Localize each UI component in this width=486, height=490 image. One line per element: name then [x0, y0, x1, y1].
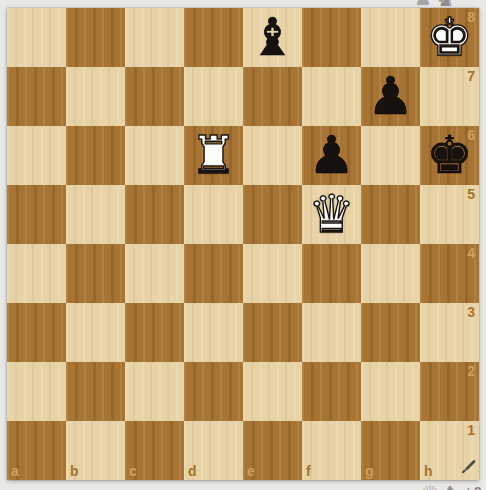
rank-label-3: 3 — [467, 305, 475, 319]
square-f3[interactable] — [302, 303, 361, 362]
square-h2[interactable]: 2 — [420, 362, 479, 421]
chess-board-app: ♟ ♞ ♝8♚♟7♜♟6♚♛5432abcdefg1h ♕ ♞ +9 — [0, 0, 486, 490]
rank-label-7: 7 — [467, 69, 475, 83]
square-d2[interactable] — [184, 362, 243, 421]
square-h6[interactable]: 6♚ — [420, 126, 479, 185]
square-f8[interactable] — [302, 8, 361, 67]
square-d5[interactable] — [184, 185, 243, 244]
captured-knight-icon: ♞ — [444, 484, 458, 490]
square-h3[interactable]: 3 — [420, 303, 479, 362]
square-g1[interactable]: g — [361, 421, 420, 480]
square-c1[interactable]: c — [125, 421, 184, 480]
square-e4[interactable] — [243, 244, 302, 303]
square-c7[interactable] — [125, 67, 184, 126]
square-c4[interactable] — [125, 244, 184, 303]
square-e1[interactable]: e — [243, 421, 302, 480]
chess-board[interactable]: ♝8♚♟7♜♟6♚♛5432abcdefg1h — [7, 8, 479, 480]
file-label-f: f — [306, 464, 311, 478]
square-a4[interactable] — [7, 244, 66, 303]
square-g6[interactable] — [361, 126, 420, 185]
square-b3[interactable] — [66, 303, 125, 362]
rank-label-2: 2 — [467, 364, 475, 378]
material-score: +9 — [463, 485, 482, 490]
square-c2[interactable] — [125, 362, 184, 421]
file-label-g: g — [365, 464, 374, 478]
square-a7[interactable] — [7, 67, 66, 126]
piece-white-queen[interactable]: ♛ — [308, 185, 355, 244]
file-label-e: e — [247, 464, 255, 478]
square-e2[interactable] — [243, 362, 302, 421]
square-h5[interactable]: 5 — [420, 185, 479, 244]
square-g2[interactable] — [361, 362, 420, 421]
square-h8[interactable]: 8♚ — [420, 8, 479, 67]
square-e7[interactable] — [243, 67, 302, 126]
square-h7[interactable]: 7 — [420, 67, 479, 126]
square-e6[interactable] — [243, 126, 302, 185]
square-d3[interactable] — [184, 303, 243, 362]
square-f4[interactable] — [302, 244, 361, 303]
square-d6[interactable]: ♜ — [184, 126, 243, 185]
piece-white-king[interactable]: ♚ — [426, 8, 473, 67]
square-a5[interactable] — [7, 185, 66, 244]
square-g3[interactable] — [361, 303, 420, 362]
square-f2[interactable] — [302, 362, 361, 421]
file-label-b: b — [70, 464, 79, 478]
square-g7[interactable]: ♟ — [361, 67, 420, 126]
rank-label-4: 4 — [467, 246, 475, 260]
rank-label-8: 8 — [467, 10, 475, 24]
square-a1[interactable]: a — [7, 421, 66, 480]
square-e5[interactable] — [243, 185, 302, 244]
piece-black-bishop[interactable]: ♝ — [249, 8, 296, 67]
file-label-h: h — [424, 464, 433, 478]
square-b5[interactable] — [66, 185, 125, 244]
square-f6[interactable]: ♟ — [302, 126, 361, 185]
square-e3[interactable] — [243, 303, 302, 362]
square-c3[interactable] — [125, 303, 184, 362]
square-b1[interactable]: b — [66, 421, 125, 480]
square-a8[interactable] — [7, 8, 66, 67]
rank-label-6: 6 — [467, 128, 475, 142]
square-d4[interactable] — [184, 244, 243, 303]
square-a3[interactable] — [7, 303, 66, 362]
square-f5[interactable]: ♛ — [302, 185, 361, 244]
piece-black-king[interactable]: ♚ — [426, 126, 473, 185]
square-f1[interactable]: f — [302, 421, 361, 480]
square-c6[interactable] — [125, 126, 184, 185]
square-g8[interactable] — [361, 8, 420, 67]
piece-black-pawn[interactable]: ♟ — [367, 67, 414, 126]
square-d8[interactable] — [184, 8, 243, 67]
piece-black-pawn[interactable]: ♟ — [308, 126, 355, 185]
square-b2[interactable] — [66, 362, 125, 421]
square-e8[interactable]: ♝ — [243, 8, 302, 67]
square-f7[interactable] — [302, 67, 361, 126]
square-d7[interactable] — [184, 67, 243, 126]
square-a2[interactable] — [7, 362, 66, 421]
square-g5[interactable] — [361, 185, 420, 244]
square-g4[interactable] — [361, 244, 420, 303]
pencil-edit-icon[interactable] — [460, 457, 478, 475]
captured-queen-icon: ♕ — [421, 483, 439, 490]
square-b8[interactable] — [66, 8, 125, 67]
square-b6[interactable] — [66, 126, 125, 185]
captured-pieces-bottom-tray: ♕ ♞ +9 — [421, 483, 483, 490]
square-h4[interactable]: 4 — [420, 244, 479, 303]
piece-white-rook[interactable]: ♜ — [190, 126, 237, 185]
file-label-d: d — [188, 464, 197, 478]
file-label-c: c — [129, 464, 137, 478]
rank-label-5: 5 — [467, 187, 475, 201]
rank-label-1: 1 — [467, 423, 475, 437]
file-label-a: a — [11, 464, 19, 478]
square-c5[interactable] — [125, 185, 184, 244]
square-d1[interactable]: d — [184, 421, 243, 480]
square-a6[interactable] — [7, 126, 66, 185]
square-b4[interactable] — [66, 244, 125, 303]
square-c8[interactable] — [125, 8, 184, 67]
square-b7[interactable] — [66, 67, 125, 126]
